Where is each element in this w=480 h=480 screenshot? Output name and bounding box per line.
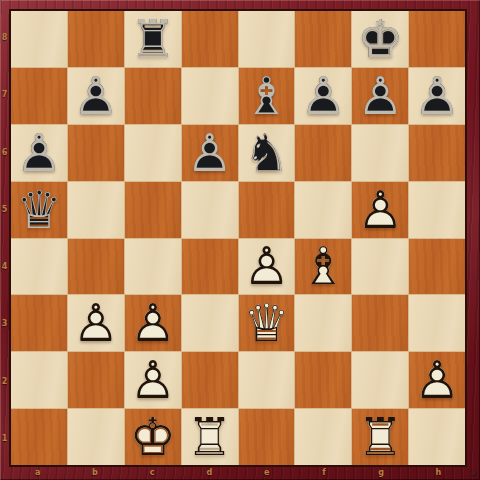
piece-black-pawn-a6[interactable]: ♟♙ xyxy=(11,125,67,181)
rank-label-8: 8 xyxy=(0,9,9,66)
square-b6[interactable] xyxy=(68,125,124,181)
piece-black-pawn-d6[interactable]: ♟♙ xyxy=(182,125,238,181)
piece-black-king-g8[interactable]: ♚♔ xyxy=(352,11,408,67)
square-d2[interactable] xyxy=(182,352,238,408)
frame-knot-decoration xyxy=(471,471,477,477)
square-g3[interactable] xyxy=(352,295,408,351)
piece-white-queen-e3[interactable]: ♛♕ xyxy=(239,295,295,351)
square-g5[interactable]: ♟♙ xyxy=(352,182,408,238)
piece-black-knight-e6[interactable]: ♞♘ xyxy=(239,125,295,181)
white-pawn-outline: ♙ xyxy=(243,240,290,292)
black-pawn-outline: ♙ xyxy=(300,70,347,122)
piece-white-rook-d1[interactable]: ♜♖ xyxy=(182,409,238,465)
square-h6[interactable] xyxy=(409,125,465,181)
file-label-a: a xyxy=(9,466,66,479)
piece-black-pawn-h7[interactable]: ♟♙ xyxy=(409,68,465,124)
white-pawn-outline: ♙ xyxy=(73,297,120,349)
square-d1[interactable]: ♜♖ xyxy=(182,409,238,465)
piece-black-pawn-g7[interactable]: ♟♙ xyxy=(352,68,408,124)
rank-label-5: 5 xyxy=(0,181,9,238)
black-queen-outline: ♕ xyxy=(16,184,63,236)
square-a2[interactable] xyxy=(11,352,67,408)
square-h3[interactable] xyxy=(409,295,465,351)
piece-white-pawn-b3[interactable]: ♟♙ xyxy=(68,295,124,351)
chess-board: ♜♖♚♔♟♙♝♗♟♙♟♙♟♙♟♙♟♙♞♘♛♕♟♙♟♙♝♗♟♙♟♙♛♕♟♙♟♙♚♔… xyxy=(9,9,467,467)
piece-white-king-c1[interactable]: ♚♔ xyxy=(125,409,181,465)
piece-white-rook-g1[interactable]: ♜♖ xyxy=(352,409,408,465)
square-e2[interactable] xyxy=(239,352,295,408)
piece-black-pawn-b7[interactable]: ♟♙ xyxy=(68,68,124,124)
rank-labels: 87654321 xyxy=(0,9,9,467)
black-king-outline: ♔ xyxy=(357,13,404,65)
black-pawn-outline: ♙ xyxy=(73,70,120,122)
square-d6[interactable]: ♟♙ xyxy=(182,125,238,181)
square-a8[interactable] xyxy=(11,11,67,67)
black-rook-outline: ♖ xyxy=(129,13,176,65)
rank-label-7: 7 xyxy=(0,66,9,123)
square-c4[interactable] xyxy=(125,239,181,295)
square-h5[interactable] xyxy=(409,182,465,238)
square-c3[interactable]: ♟♙ xyxy=(125,295,181,351)
square-e4[interactable]: ♟♙ xyxy=(239,239,295,295)
square-b1[interactable] xyxy=(68,409,124,465)
file-label-f: f xyxy=(295,466,352,479)
piece-white-pawn-g5[interactable]: ♟♙ xyxy=(352,182,408,238)
square-e3[interactable]: ♛♕ xyxy=(239,295,295,351)
square-b5[interactable] xyxy=(68,182,124,238)
square-b2[interactable] xyxy=(68,352,124,408)
square-h8[interactable] xyxy=(409,11,465,67)
square-d3[interactable] xyxy=(182,295,238,351)
square-e8[interactable] xyxy=(239,11,295,67)
white-queen-outline: ♕ xyxy=(243,297,290,349)
square-c6[interactable] xyxy=(125,125,181,181)
file-label-d: d xyxy=(181,466,238,479)
square-a4[interactable] xyxy=(11,239,67,295)
square-g6[interactable] xyxy=(352,125,408,181)
square-g2[interactable] xyxy=(352,352,408,408)
square-a3[interactable] xyxy=(11,295,67,351)
square-d5[interactable] xyxy=(182,182,238,238)
square-a6[interactable]: ♟♙ xyxy=(11,125,67,181)
square-a1[interactable] xyxy=(11,409,67,465)
square-b7[interactable]: ♟♙ xyxy=(68,68,124,124)
piece-white-pawn-c3[interactable]: ♟♙ xyxy=(125,295,181,351)
white-pawn-outline: ♙ xyxy=(357,184,404,236)
black-pawn-outline: ♙ xyxy=(186,127,233,179)
white-pawn-outline: ♙ xyxy=(129,354,176,406)
file-label-c: c xyxy=(124,466,181,479)
file-label-h: h xyxy=(410,466,467,479)
black-bishop-outline: ♗ xyxy=(243,70,290,122)
square-c8[interactable]: ♜♖ xyxy=(125,11,181,67)
square-b3[interactable]: ♟♙ xyxy=(68,295,124,351)
file-labels: abcdefgh xyxy=(9,466,467,479)
piece-white-pawn-e4[interactable]: ♟♙ xyxy=(239,239,295,295)
square-e7[interactable]: ♝♗ xyxy=(239,68,295,124)
square-f4[interactable]: ♝♗ xyxy=(295,239,351,295)
black-pawn-outline: ♙ xyxy=(357,70,404,122)
square-h1[interactable] xyxy=(409,409,465,465)
white-pawn-outline: ♙ xyxy=(414,354,461,406)
square-f7[interactable]: ♟♙ xyxy=(295,68,351,124)
square-f2[interactable] xyxy=(295,352,351,408)
chess-board-frame: 87654321 abcdefgh ♜♖♚♔♟♙♝♗♟♙♟♙♟♙♟♙♟♙♞♘♛♕… xyxy=(0,0,480,480)
square-a5[interactable]: ♛♕ xyxy=(11,182,67,238)
square-c1[interactable]: ♚♔ xyxy=(125,409,181,465)
square-d8[interactable] xyxy=(182,11,238,67)
square-g1[interactable]: ♜♖ xyxy=(352,409,408,465)
file-label-e: e xyxy=(238,466,295,479)
square-e5[interactable] xyxy=(239,182,295,238)
square-h7[interactable]: ♟♙ xyxy=(409,68,465,124)
square-g8[interactable]: ♚♔ xyxy=(352,11,408,67)
square-b4[interactable] xyxy=(68,239,124,295)
piece-white-pawn-h2[interactable]: ♟♙ xyxy=(409,352,465,408)
white-bishop-outline: ♗ xyxy=(300,240,347,292)
square-a7[interactable] xyxy=(11,68,67,124)
white-rook-outline: ♖ xyxy=(357,411,404,463)
square-f3[interactable] xyxy=(295,295,351,351)
file-label-b: b xyxy=(66,466,123,479)
black-pawn-outline: ♙ xyxy=(16,127,63,179)
piece-white-pawn-c2[interactable]: ♟♙ xyxy=(125,352,181,408)
square-d4[interactable] xyxy=(182,239,238,295)
rank-label-1: 1 xyxy=(0,410,9,467)
square-h2[interactable]: ♟♙ xyxy=(409,352,465,408)
square-f8[interactable] xyxy=(295,11,351,67)
square-f6[interactable] xyxy=(295,125,351,181)
square-e1[interactable] xyxy=(239,409,295,465)
square-e6[interactable]: ♞♘ xyxy=(239,125,295,181)
black-knight-outline: ♘ xyxy=(243,127,290,179)
piece-black-rook-c8[interactable]: ♜♖ xyxy=(125,11,181,67)
square-f1[interactable] xyxy=(295,409,351,465)
file-label-g: g xyxy=(353,466,410,479)
square-b8[interactable] xyxy=(68,11,124,67)
rank-label-3: 3 xyxy=(0,295,9,352)
piece-black-queen-a5[interactable]: ♛♕ xyxy=(11,182,67,238)
piece-white-bishop-f4[interactable]: ♝♗ xyxy=(295,239,351,295)
rank-label-4: 4 xyxy=(0,238,9,295)
piece-black-pawn-f7[interactable]: ♟♙ xyxy=(295,68,351,124)
square-f5[interactable] xyxy=(295,182,351,238)
square-g7[interactable]: ♟♙ xyxy=(352,68,408,124)
square-d7[interactable] xyxy=(182,68,238,124)
square-g4[interactable] xyxy=(352,239,408,295)
rank-label-6: 6 xyxy=(0,124,9,181)
square-h4[interactable] xyxy=(409,239,465,295)
rank-label-2: 2 xyxy=(0,353,9,410)
white-rook-outline: ♖ xyxy=(186,411,233,463)
white-pawn-outline: ♙ xyxy=(129,297,176,349)
black-pawn-outline: ♙ xyxy=(414,70,461,122)
square-c5[interactable] xyxy=(125,182,181,238)
square-c2[interactable]: ♟♙ xyxy=(125,352,181,408)
white-king-outline: ♔ xyxy=(129,411,176,463)
piece-black-bishop-e7[interactable]: ♝♗ xyxy=(239,68,295,124)
square-c7[interactable] xyxy=(125,68,181,124)
